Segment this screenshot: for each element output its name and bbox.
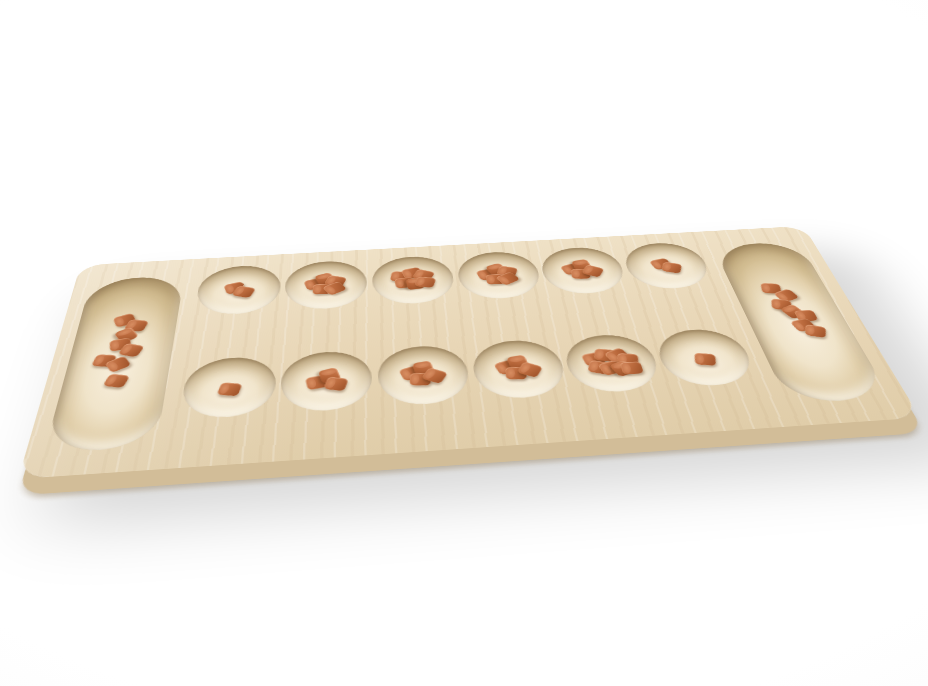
seed: [805, 324, 826, 338]
seed: [620, 361, 644, 374]
pit-top-2[interactable]: [285, 259, 369, 311]
left-store-pit[interactable]: [44, 275, 185, 453]
pit-top-1[interactable]: [194, 264, 281, 316]
pit-top-3[interactable]: [371, 255, 457, 306]
seed: [662, 262, 682, 274]
seed: [694, 353, 716, 366]
pit-top-4[interactable]: [455, 250, 544, 300]
pit-top-5[interactable]: [537, 246, 630, 296]
seed: [324, 377, 349, 391]
pit-bottom-6[interactable]: [651, 327, 760, 388]
pit-top-6[interactable]: [619, 241, 716, 290]
seed: [216, 382, 242, 396]
pit-bottom-2[interactable]: [280, 349, 374, 413]
pit-bottom-5[interactable]: [561, 333, 666, 395]
pit-bottom-4[interactable]: [469, 338, 569, 400]
mancala-board: [18, 226, 920, 479]
top-row: [191, 239, 720, 320]
board-perspective-wrap: [18, 226, 920, 479]
pit-bottom-3[interactable]: [377, 344, 473, 407]
photo-background: [0, 0, 928, 686]
seed: [103, 374, 130, 388]
seed: [415, 276, 437, 287]
bottom-row: [176, 324, 765, 424]
pit-bottom-1[interactable]: [179, 355, 277, 420]
